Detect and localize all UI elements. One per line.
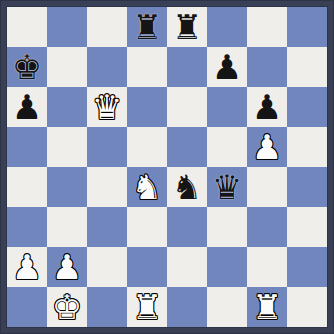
chess-board: ♜♜♚♟♟♛♟♟♞♞♛♟♟♚♜♜ <box>7 7 327 327</box>
square-a8[interactable] <box>7 7 47 47</box>
square-e8[interactable]: ♜ <box>167 7 207 47</box>
square-a1[interactable] <box>7 287 47 327</box>
square-f8[interactable] <box>207 7 247 47</box>
square-g7[interactable] <box>247 47 287 87</box>
black-queen-piece[interactable]: ♛ <box>212 167 242 207</box>
square-b6[interactable] <box>47 87 87 127</box>
square-h3[interactable] <box>287 207 327 247</box>
square-b5[interactable] <box>47 127 87 167</box>
square-c8[interactable] <box>87 7 127 47</box>
square-d3[interactable] <box>127 207 167 247</box>
square-e5[interactable] <box>167 127 207 167</box>
square-b1[interactable]: ♚ <box>47 287 87 327</box>
white-rook-piece[interactable]: ♜ <box>132 287 162 327</box>
square-e1[interactable] <box>167 287 207 327</box>
square-h6[interactable] <box>287 87 327 127</box>
white-king-piece[interactable]: ♚ <box>52 287 82 327</box>
square-b7[interactable] <box>47 47 87 87</box>
square-f1[interactable] <box>207 287 247 327</box>
square-g6[interactable]: ♟ <box>247 87 287 127</box>
white-pawn-piece[interactable]: ♟ <box>52 247 82 287</box>
square-h8[interactable] <box>287 7 327 47</box>
square-h5[interactable] <box>287 127 327 167</box>
square-e6[interactable] <box>167 87 207 127</box>
white-queen-piece[interactable]: ♛ <box>92 87 122 127</box>
square-d8[interactable]: ♜ <box>127 7 167 47</box>
square-h4[interactable] <box>287 167 327 207</box>
square-a5[interactable] <box>7 127 47 167</box>
square-c5[interactable] <box>87 127 127 167</box>
square-h2[interactable] <box>287 247 327 287</box>
black-rook-piece[interactable]: ♜ <box>172 7 202 47</box>
square-g2[interactable] <box>247 247 287 287</box>
white-rook-piece[interactable]: ♜ <box>252 287 282 327</box>
square-f4[interactable]: ♛ <box>207 167 247 207</box>
square-h7[interactable] <box>287 47 327 87</box>
black-pawn-piece[interactable]: ♟ <box>12 87 42 127</box>
black-pawn-piece[interactable]: ♟ <box>252 87 282 127</box>
square-g3[interactable] <box>247 207 287 247</box>
square-e4[interactable]: ♞ <box>167 167 207 207</box>
square-e3[interactable] <box>167 207 207 247</box>
square-g5[interactable]: ♟ <box>247 127 287 167</box>
square-b3[interactable] <box>47 207 87 247</box>
square-a6[interactable]: ♟ <box>7 87 47 127</box>
square-e7[interactable] <box>167 47 207 87</box>
square-h1[interactable] <box>287 287 327 327</box>
black-king-piece[interactable]: ♚ <box>12 47 42 87</box>
square-d1[interactable]: ♜ <box>127 287 167 327</box>
square-c7[interactable] <box>87 47 127 87</box>
square-a2[interactable]: ♟ <box>7 247 47 287</box>
square-g8[interactable] <box>247 7 287 47</box>
black-rook-piece[interactable]: ♜ <box>132 7 162 47</box>
square-b8[interactable] <box>47 7 87 47</box>
square-c4[interactable] <box>87 167 127 207</box>
square-g4[interactable] <box>247 167 287 207</box>
black-pawn-piece[interactable]: ♟ <box>212 47 242 87</box>
board-frame: ♜♜♚♟♟♛♟♟♞♞♛♟♟♚♜♜ <box>0 0 334 334</box>
black-knight-piece[interactable]: ♞ <box>172 167 202 207</box>
square-d6[interactable] <box>127 87 167 127</box>
square-a7[interactable]: ♚ <box>7 47 47 87</box>
square-f5[interactable] <box>207 127 247 167</box>
square-d5[interactable] <box>127 127 167 167</box>
square-b4[interactable] <box>47 167 87 207</box>
square-e2[interactable] <box>167 247 207 287</box>
square-f6[interactable] <box>207 87 247 127</box>
white-knight-piece[interactable]: ♞ <box>132 167 162 207</box>
square-b2[interactable]: ♟ <box>47 247 87 287</box>
square-d7[interactable] <box>127 47 167 87</box>
square-a4[interactable] <box>7 167 47 207</box>
square-f7[interactable]: ♟ <box>207 47 247 87</box>
square-c2[interactable] <box>87 247 127 287</box>
square-d4[interactable]: ♞ <box>127 167 167 207</box>
square-f3[interactable] <box>207 207 247 247</box>
square-g1[interactable]: ♜ <box>247 287 287 327</box>
square-d2[interactable] <box>127 247 167 287</box>
square-c6[interactable]: ♛ <box>87 87 127 127</box>
square-f2[interactable] <box>207 247 247 287</box>
square-c3[interactable] <box>87 207 127 247</box>
square-a3[interactable] <box>7 207 47 247</box>
square-c1[interactable] <box>87 287 127 327</box>
white-pawn-piece[interactable]: ♟ <box>12 247 42 287</box>
white-pawn-piece[interactable]: ♟ <box>252 127 282 167</box>
